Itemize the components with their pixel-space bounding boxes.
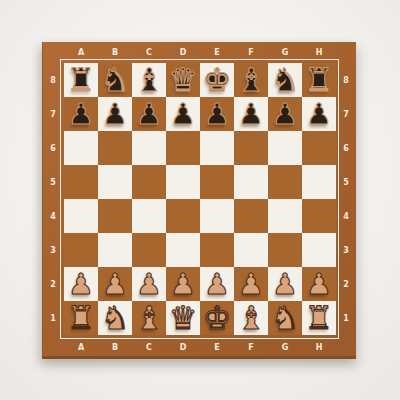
square-c8[interactable]: ♝ [132,63,166,97]
black-rook: ♜ [64,63,98,97]
square-h2[interactable]: ♟ [302,267,336,301]
square-b2[interactable]: ♟ [98,267,132,301]
black-pawn: ♟ [64,97,98,131]
black-pawn: ♟ [98,97,132,131]
white-pawn: ♟ [132,267,166,301]
square-g6[interactable] [268,131,302,165]
board-grid: ♜♞♝♛♚♝♞♜♟♟♟♟♟♟♟♟♟♟♟♟♟♟♟♟♜♞♝♛♚♝♞♜ [64,63,336,335]
coord-label: 2 [336,267,356,301]
square-e4[interactable] [200,199,234,233]
white-pawn: ♟ [268,267,302,301]
coord-label: 3 [43,233,63,267]
square-e2[interactable]: ♟ [200,267,234,301]
square-h7[interactable]: ♟ [302,97,336,131]
square-g8[interactable]: ♞ [268,63,302,97]
square-h6[interactable] [302,131,336,165]
square-e6[interactable] [200,131,234,165]
square-f2[interactable]: ♟ [234,267,268,301]
square-f8[interactable]: ♝ [234,63,268,97]
square-b4[interactable] [98,199,132,233]
black-pawn: ♟ [132,97,166,131]
coord-label: 7 [43,97,63,131]
coord-label: 8 [43,63,63,97]
square-c6[interactable] [132,131,166,165]
coord-label: 5 [43,165,63,199]
white-knight: ♞ [98,301,132,335]
square-e3[interactable] [200,233,234,267]
white-bishop: ♝ [132,301,166,335]
square-h1[interactable]: ♜ [302,301,336,335]
coord-label: 3 [336,233,356,267]
square-b6[interactable] [98,131,132,165]
black-queen: ♛ [166,63,200,97]
black-knight: ♞ [98,63,132,97]
coord-label: 1 [43,301,63,335]
square-c3[interactable] [132,233,166,267]
square-f7[interactable]: ♟ [234,97,268,131]
square-b1[interactable]: ♞ [98,301,132,335]
white-pawn: ♟ [64,267,98,301]
square-a1[interactable]: ♜ [64,301,98,335]
coord-label: 1 [336,301,356,335]
square-f3[interactable] [234,233,268,267]
white-queen: ♛ [166,301,200,335]
square-a5[interactable] [64,165,98,199]
square-e1[interactable]: ♚ [200,301,234,335]
square-d5[interactable] [166,165,200,199]
black-bishop: ♝ [132,63,166,97]
square-g3[interactable] [268,233,302,267]
square-g7[interactable]: ♟ [268,97,302,131]
square-h4[interactable] [302,199,336,233]
white-knight: ♞ [268,301,302,335]
coord-label: 8 [336,63,356,97]
coord-label: 6 [336,131,356,165]
coord-label: 2 [43,267,63,301]
square-c2[interactable]: ♟ [132,267,166,301]
square-d6[interactable] [166,131,200,165]
black-pawn: ♟ [200,97,234,131]
black-pawn: ♟ [166,97,200,131]
square-a2[interactable]: ♟ [64,267,98,301]
square-a3[interactable] [64,233,98,267]
square-h8[interactable]: ♜ [302,63,336,97]
square-c1[interactable]: ♝ [132,301,166,335]
black-knight: ♞ [268,63,302,97]
photo-backdrop: ABCDEFGH ABCDEFGH 87654321 87654321 ♜♞♝♛… [0,0,400,400]
coord-label: E [200,336,234,358]
coord-label: 7 [336,97,356,131]
square-d2[interactable]: ♟ [166,267,200,301]
square-f1[interactable]: ♝ [234,301,268,335]
black-rook: ♜ [302,63,336,97]
white-pawn: ♟ [234,267,268,301]
square-a7[interactable]: ♟ [64,97,98,131]
square-g2[interactable]: ♟ [268,267,302,301]
coord-label: C [132,42,166,62]
rank-labels-right: 87654321 [336,63,356,335]
coord-label: 4 [336,199,356,233]
square-a8[interactable]: ♜ [64,63,98,97]
coord-label: D [166,336,200,358]
chess-demo-board: ABCDEFGH ABCDEFGH 87654321 87654321 ♜♞♝♛… [42,42,356,359]
square-a6[interactable] [64,131,98,165]
black-pawn: ♟ [268,97,302,131]
square-d4[interactable] [166,199,200,233]
square-b7[interactable]: ♟ [98,97,132,131]
square-a4[interactable] [64,199,98,233]
square-d3[interactable] [166,233,200,267]
black-pawn: ♟ [302,97,336,131]
square-g1[interactable]: ♞ [268,301,302,335]
rank-labels-left: 87654321 [43,63,63,335]
coord-label: F [234,336,268,358]
square-b5[interactable] [98,165,132,199]
white-bishop: ♝ [234,301,268,335]
black-bishop: ♝ [234,63,268,97]
coord-label: B [98,336,132,358]
coord-label: F [234,42,268,62]
square-b3[interactable] [98,233,132,267]
white-pawn: ♟ [98,267,132,301]
coord-label: C [132,336,166,358]
file-labels-bottom: ABCDEFGH [64,336,336,358]
coord-label: E [200,42,234,62]
black-pawn: ♟ [234,97,268,131]
coord-label: H [302,336,336,358]
coord-label: B [98,42,132,62]
coord-label: 4 [43,199,63,233]
white-pawn: ♟ [200,267,234,301]
square-d8[interactable]: ♛ [166,63,200,97]
coord-label: G [268,42,302,62]
coord-label: 5 [336,165,356,199]
square-f5[interactable] [234,165,268,199]
white-king: ♚ [200,301,234,335]
square-g5[interactable] [268,165,302,199]
square-h3[interactable] [302,233,336,267]
square-c4[interactable] [132,199,166,233]
white-rook: ♜ [302,301,336,335]
square-e8[interactable]: ♚ [200,63,234,97]
coord-label: D [166,42,200,62]
square-d1[interactable]: ♛ [166,301,200,335]
coord-label: G [268,336,302,358]
square-e5[interactable] [200,165,234,199]
square-g4[interactable] [268,199,302,233]
square-b8[interactable]: ♞ [98,63,132,97]
square-c5[interactable] [132,165,166,199]
square-c7[interactable]: ♟ [132,97,166,131]
black-king: ♚ [200,63,234,97]
white-rook: ♜ [64,301,98,335]
coord-label: A [64,336,98,358]
coord-label: A [64,42,98,62]
white-pawn: ♟ [302,267,336,301]
file-labels-top: ABCDEFGH [64,42,336,62]
square-f6[interactable] [234,131,268,165]
coord-label: H [302,42,336,62]
square-f4[interactable] [234,199,268,233]
white-pawn: ♟ [166,267,200,301]
square-e7[interactable]: ♟ [200,97,234,131]
square-d7[interactable]: ♟ [166,97,200,131]
coord-label: 6 [43,131,63,165]
square-h5[interactable] [302,165,336,199]
